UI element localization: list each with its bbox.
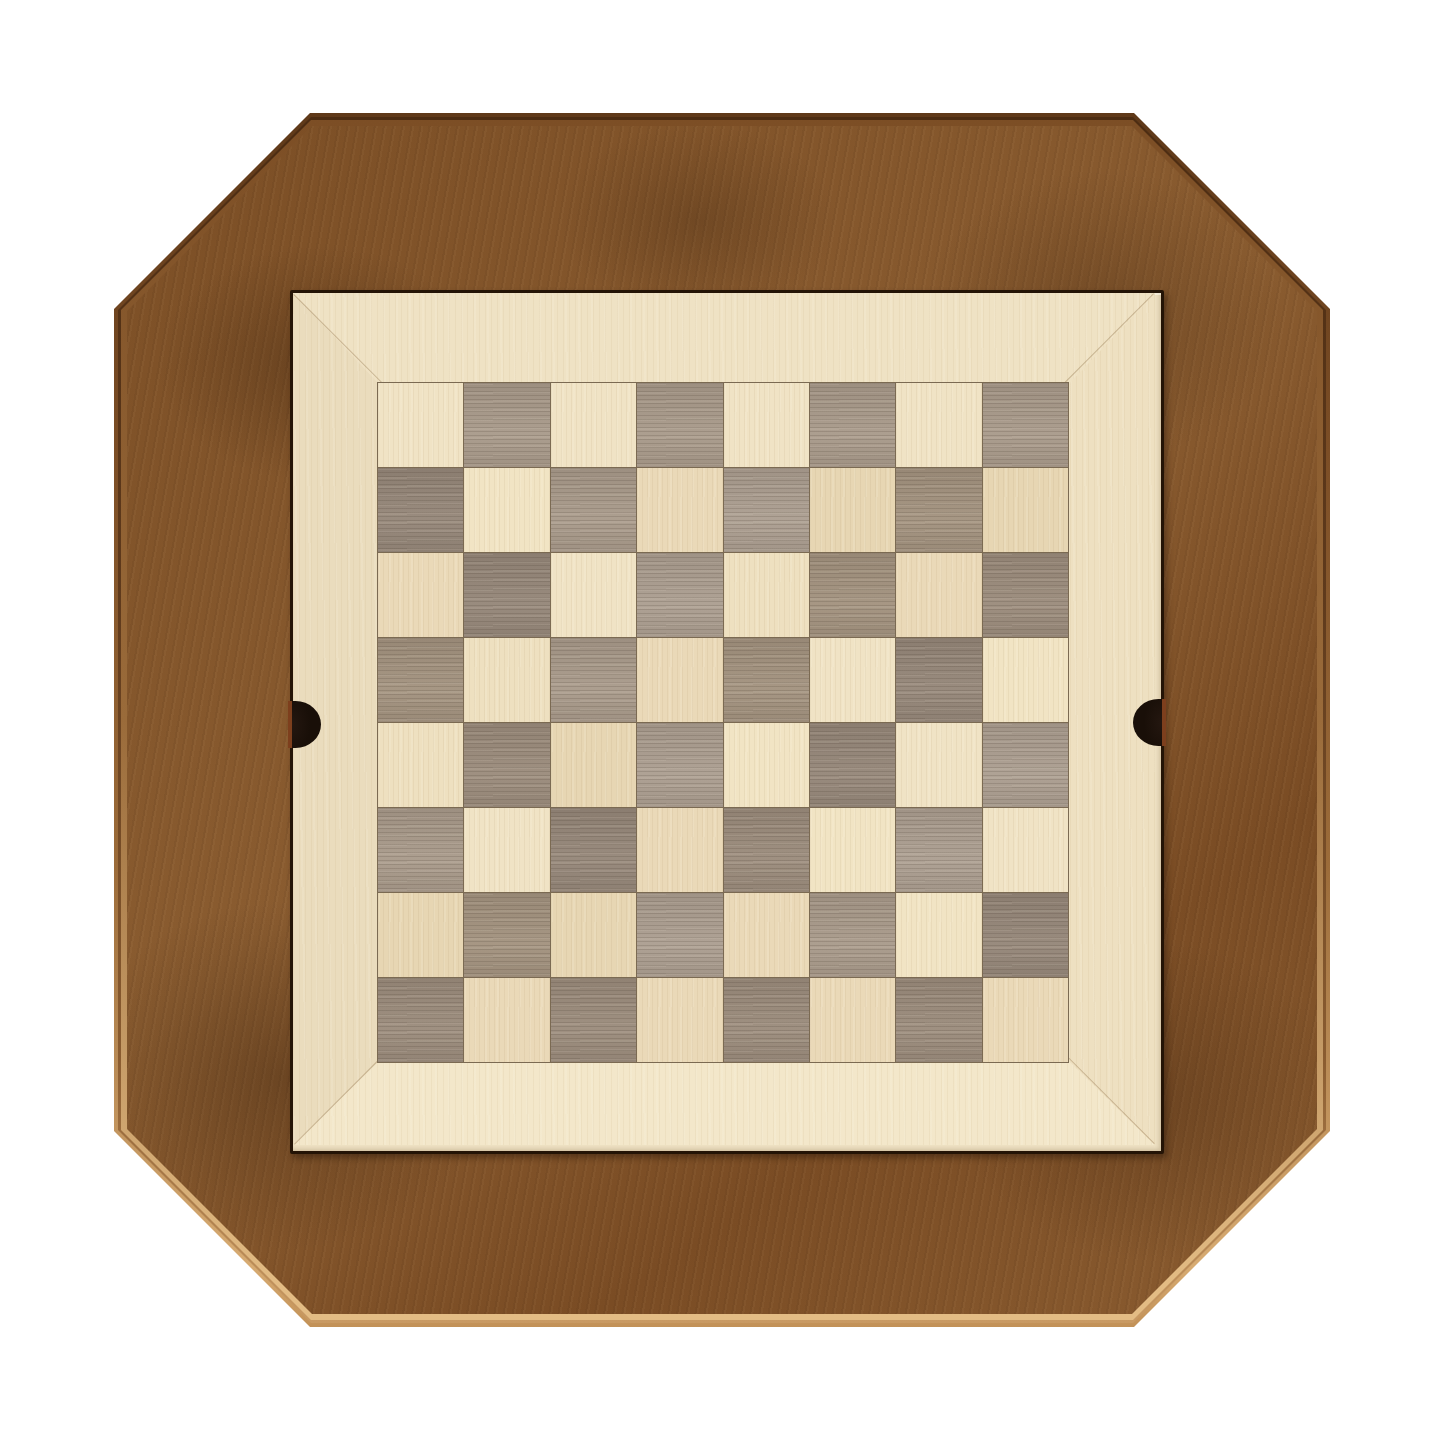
square-a4[interactable]: [378, 723, 463, 807]
square-e5[interactable]: [724, 638, 809, 722]
board-frame-top: [293, 293, 1155, 383]
square-f7[interactable]: [810, 468, 895, 552]
square-b5[interactable]: [464, 638, 549, 722]
square-h1[interactable]: [983, 978, 1068, 1062]
square-a8[interactable]: [378, 383, 463, 467]
square-c3[interactable]: [551, 808, 636, 892]
square-d1[interactable]: [637, 978, 722, 1062]
square-b1[interactable]: [464, 978, 549, 1062]
square-a2[interactable]: [378, 893, 463, 977]
square-b4[interactable]: [464, 723, 549, 807]
square-c2[interactable]: [551, 893, 636, 977]
square-a7[interactable]: [378, 468, 463, 552]
square-h7[interactable]: [983, 468, 1068, 552]
square-e6[interactable]: [724, 553, 809, 637]
square-h5[interactable]: [983, 638, 1068, 722]
square-h3[interactable]: [983, 808, 1068, 892]
square-a3[interactable]: [378, 808, 463, 892]
square-a5[interactable]: [378, 638, 463, 722]
square-f4[interactable]: [810, 723, 895, 807]
square-c8[interactable]: [551, 383, 636, 467]
square-f6[interactable]: [810, 553, 895, 637]
square-h4[interactable]: [983, 723, 1068, 807]
square-a6[interactable]: [378, 553, 463, 637]
square-b8[interactable]: [464, 383, 549, 467]
square-f2[interactable]: [810, 893, 895, 977]
square-c6[interactable]: [551, 553, 636, 637]
square-d4[interactable]: [637, 723, 722, 807]
square-e8[interactable]: [724, 383, 809, 467]
square-g4[interactable]: [896, 723, 981, 807]
square-g1[interactable]: [896, 978, 981, 1062]
square-g7[interactable]: [896, 468, 981, 552]
square-h8[interactable]: [983, 383, 1068, 467]
square-g2[interactable]: [896, 893, 981, 977]
square-e7[interactable]: [724, 468, 809, 552]
square-g8[interactable]: [896, 383, 981, 467]
square-g6[interactable]: [896, 553, 981, 637]
square-g5[interactable]: [896, 638, 981, 722]
square-d7[interactable]: [637, 468, 722, 552]
square-e2[interactable]: [724, 893, 809, 977]
square-c1[interactable]: [551, 978, 636, 1062]
square-f8[interactable]: [810, 383, 895, 467]
square-h2[interactable]: [983, 893, 1068, 977]
chess-grid: [378, 383, 1068, 1062]
square-e3[interactable]: [724, 808, 809, 892]
square-b7[interactable]: [464, 468, 549, 552]
square-b2[interactable]: [464, 893, 549, 977]
square-f5[interactable]: [810, 638, 895, 722]
square-e1[interactable]: [724, 978, 809, 1062]
square-f1[interactable]: [810, 978, 895, 1062]
board-frame-bottom: [293, 1062, 1155, 1145]
square-b3[interactable]: [464, 808, 549, 892]
square-a1[interactable]: [378, 978, 463, 1062]
square-f3[interactable]: [810, 808, 895, 892]
square-c7[interactable]: [551, 468, 636, 552]
square-c5[interactable]: [551, 638, 636, 722]
square-g3[interactable]: [896, 808, 981, 892]
square-e4[interactable]: [724, 723, 809, 807]
square-h6[interactable]: [983, 553, 1068, 637]
square-b6[interactable]: [464, 553, 549, 637]
square-d6[interactable]: [637, 553, 722, 637]
chess-board: [290, 290, 1164, 1154]
scene: [0, 0, 1445, 1445]
square-d3[interactable]: [637, 808, 722, 892]
square-d2[interactable]: [637, 893, 722, 977]
square-c4[interactable]: [551, 723, 636, 807]
square-d8[interactable]: [637, 383, 722, 467]
square-d5[interactable]: [637, 638, 722, 722]
